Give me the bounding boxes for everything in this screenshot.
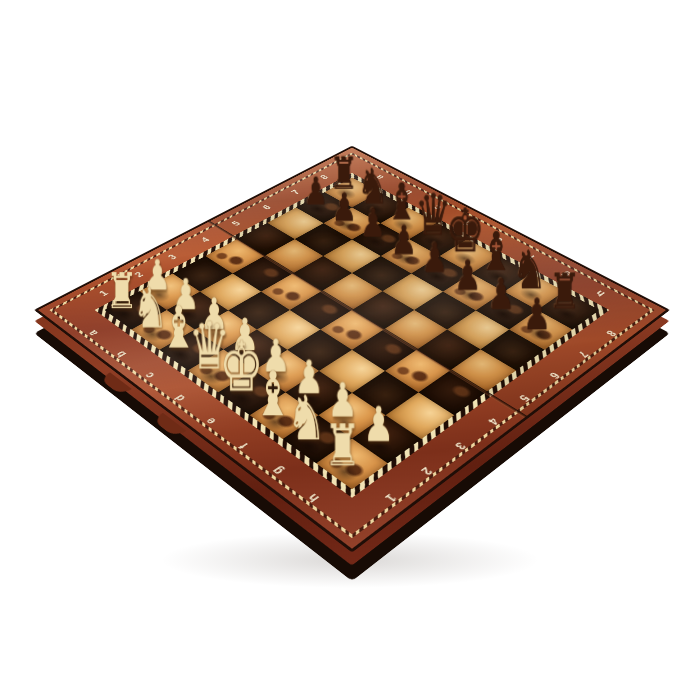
rank-label-right-4: 4 [484,415,501,426]
file-label-near-h: h [305,491,323,504]
piece-white-rook-h1: ♜ [320,419,364,474]
rank-label-right-2: 2 [417,465,434,477]
file-label-near-a: a [86,328,102,337]
file-label-near-c: c [142,370,158,380]
rank-label-right-7: 7 [575,349,591,359]
rank-label-right-6: 6 [546,370,562,380]
scene: 88aa77bb66cc55dd44ee33ff22gg11hh ♜♞♝♛♚♝♞… [0,0,700,700]
rank-label-right-5: 5 [516,392,532,403]
file-label-near-d: d [172,392,189,403]
piece-black-pawn-g7: ♟ [482,275,520,316]
product-photo-stage: 88aa77bb66cc55dd44ee33ff22gg11hh ♜♞♝♛♚♝♞… [0,0,700,700]
file-label-near-b: b [113,349,129,359]
piece-black-pawn-h7: ♟ [517,294,556,335]
rank-label-right-1: 1 [382,491,399,504]
rank-label-right-3: 3 [452,440,469,452]
folding-chess-box: 88aa77bb66cc55dd44ee33ff22gg11hh ♜♞♝♛♚♝♞… [34,146,670,553]
file-label-near-g: g [269,465,287,477]
file-label-near-e: e [203,415,220,426]
file-label-near-f: f [237,440,252,450]
rank-label-right-8: 8 [602,328,618,337]
